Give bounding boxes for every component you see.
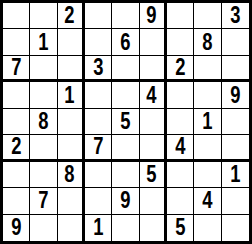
cell-r3c2[interactable] — [30, 56, 57, 82]
cell-r4c8[interactable] — [194, 82, 221, 108]
cell-r7c9[interactable]: 1 — [222, 162, 249, 188]
cell-r4c4[interactable] — [85, 82, 112, 108]
cell-r2c9[interactable] — [222, 29, 249, 55]
given-digit: 7 — [11, 56, 21, 79]
given-digit: 3 — [93, 56, 103, 79]
cell-r4c9[interactable]: 9 — [222, 82, 249, 108]
cell-r3c7[interactable]: 2 — [167, 56, 194, 82]
cell-r3c3[interactable] — [58, 56, 85, 82]
cell-r2c2[interactable]: 1 — [30, 29, 57, 55]
cell-r2c5[interactable]: 6 — [112, 29, 139, 55]
given-digit: 7 — [93, 135, 103, 158]
cell-r8c9[interactable] — [222, 188, 249, 214]
cell-r1c5[interactable] — [112, 3, 139, 29]
cell-r9c2[interactable] — [30, 215, 57, 241]
cell-r3c8[interactable] — [194, 56, 221, 82]
cell-r7c3[interactable]: 8 — [58, 162, 85, 188]
given-digit: 1 — [38, 31, 48, 54]
cell-r8c7[interactable] — [167, 188, 194, 214]
cell-r9c4[interactable]: 1 — [85, 215, 112, 241]
given-digit: 8 — [202, 31, 212, 54]
cell-r4c6[interactable]: 4 — [140, 82, 167, 108]
cell-r9c3[interactable] — [58, 215, 85, 241]
given-digit: 7 — [38, 189, 48, 212]
cell-r4c1[interactable] — [3, 82, 30, 108]
cell-r5c7[interactable] — [167, 109, 194, 135]
cell-r1c2[interactable] — [30, 3, 57, 29]
given-digit: 9 — [147, 4, 157, 27]
cell-r8c8[interactable]: 4 — [194, 188, 221, 214]
cell-r1c8[interactable] — [194, 3, 221, 29]
cell-r5c8[interactable]: 1 — [194, 109, 221, 135]
given-digit: 2 — [65, 4, 75, 27]
cell-r8c1[interactable] — [3, 188, 30, 214]
given-digit: 3 — [230, 4, 240, 27]
given-digit: 6 — [120, 31, 130, 54]
cell-r2c1[interactable] — [3, 29, 30, 55]
given-digit: 8 — [65, 163, 75, 186]
cell-r8c3[interactable] — [58, 188, 85, 214]
cell-r9c8[interactable] — [194, 215, 221, 241]
cell-r9c6[interactable] — [140, 215, 167, 241]
cell-r5c6[interactable] — [140, 109, 167, 135]
cell-r8c4[interactable] — [85, 188, 112, 214]
cell-r2c7[interactable] — [167, 29, 194, 55]
given-digit: 4 — [175, 135, 185, 158]
cell-r4c2[interactable] — [30, 82, 57, 108]
sudoku-board: 293168732149851274851794915 — [0, 0, 252, 244]
cell-r5c1[interactable] — [3, 109, 30, 135]
cell-r1c9[interactable]: 3 — [222, 3, 249, 29]
given-digit: 1 — [202, 110, 212, 133]
cell-r6c1[interactable]: 2 — [3, 135, 30, 161]
cell-r9c5[interactable] — [112, 215, 139, 241]
cell-r7c2[interactable] — [30, 162, 57, 188]
cell-r4c7[interactable] — [167, 82, 194, 108]
cell-r7c8[interactable] — [194, 162, 221, 188]
cell-r8c5[interactable]: 9 — [112, 188, 139, 214]
cell-r1c7[interactable] — [167, 3, 194, 29]
given-digit: 2 — [175, 56, 185, 79]
cell-r8c6[interactable] — [140, 188, 167, 214]
cell-r5c9[interactable] — [222, 109, 249, 135]
cell-r6c9[interactable] — [222, 135, 249, 161]
cell-r9c9[interactable] — [222, 215, 249, 241]
cell-r5c4[interactable] — [85, 109, 112, 135]
given-digit: 9 — [11, 216, 21, 239]
cell-r7c5[interactable] — [112, 162, 139, 188]
cell-r1c4[interactable] — [85, 3, 112, 29]
cell-r4c3[interactable]: 1 — [58, 82, 85, 108]
cell-r2c3[interactable] — [58, 29, 85, 55]
cell-r3c4[interactable]: 3 — [85, 56, 112, 82]
cell-r9c1[interactable]: 9 — [3, 215, 30, 241]
given-digit: 1 — [65, 84, 75, 107]
cell-r6c4[interactable]: 7 — [85, 135, 112, 161]
given-digit: 9 — [120, 189, 130, 212]
given-digit: 9 — [230, 84, 240, 107]
cell-r7c4[interactable] — [85, 162, 112, 188]
cell-r7c1[interactable] — [3, 162, 30, 188]
cell-r6c8[interactable] — [194, 135, 221, 161]
cell-r8c2[interactable]: 7 — [30, 188, 57, 214]
cell-r3c1[interactable]: 7 — [3, 56, 30, 82]
given-digit: 1 — [93, 216, 103, 239]
cell-r2c8[interactable]: 8 — [194, 29, 221, 55]
given-digit: 5 — [175, 216, 185, 239]
cell-r3c5[interactable] — [112, 56, 139, 82]
given-digit: 8 — [38, 110, 48, 133]
cell-r6c5[interactable] — [112, 135, 139, 161]
cell-r3c6[interactable] — [140, 56, 167, 82]
given-digit: 4 — [202, 189, 212, 212]
cell-r2c6[interactable] — [140, 29, 167, 55]
given-digit: 5 — [120, 110, 130, 133]
cell-r3c9[interactable] — [222, 56, 249, 82]
cell-r5c2[interactable]: 8 — [30, 109, 57, 135]
cell-r4c5[interactable] — [112, 82, 139, 108]
cell-r1c6[interactable]: 9 — [140, 3, 167, 29]
cell-r7c7[interactable] — [167, 162, 194, 188]
cell-r6c2[interactable] — [30, 135, 57, 161]
cell-r1c3[interactable]: 2 — [58, 3, 85, 29]
cell-r5c3[interactable] — [58, 109, 85, 135]
given-digit: 4 — [147, 84, 157, 107]
given-digit: 2 — [11, 135, 21, 158]
cell-r2c4[interactable] — [85, 29, 112, 55]
cell-r9c7[interactable]: 5 — [167, 215, 194, 241]
given-digit: 1 — [230, 163, 240, 186]
given-digit: 5 — [147, 163, 157, 186]
cell-r6c6[interactable] — [140, 135, 167, 161]
cell-r7c6[interactable]: 5 — [140, 162, 167, 188]
cell-r1c1[interactable] — [3, 3, 30, 29]
cell-r6c3[interactable] — [58, 135, 85, 161]
cell-r6c7[interactable]: 4 — [167, 135, 194, 161]
cell-r5c5[interactable]: 5 — [112, 109, 139, 135]
